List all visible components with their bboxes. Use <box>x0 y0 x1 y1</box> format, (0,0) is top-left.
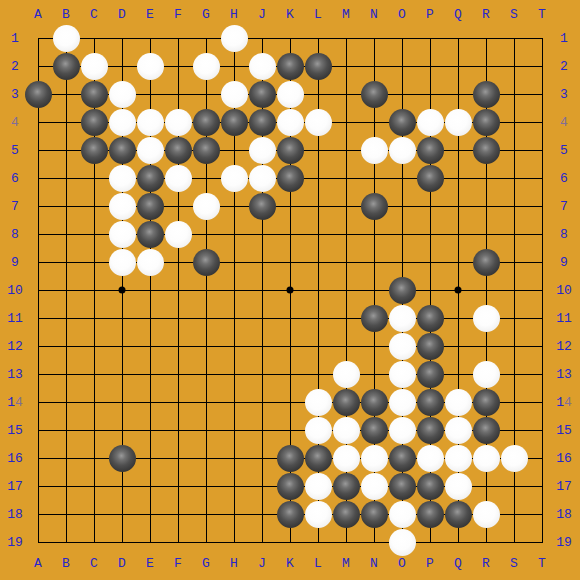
intersection[interactable] <box>500 444 528 472</box>
intersection[interactable] <box>80 472 108 500</box>
intersection[interactable] <box>416 248 444 276</box>
intersection[interactable] <box>388 108 416 136</box>
intersection[interactable] <box>248 304 276 332</box>
intersection[interactable] <box>108 528 136 556</box>
intersection[interactable] <box>416 360 444 388</box>
intersection[interactable] <box>444 500 472 528</box>
intersection[interactable] <box>500 220 528 248</box>
intersection[interactable] <box>192 24 220 52</box>
intersection[interactable] <box>276 332 304 360</box>
intersection[interactable] <box>108 52 136 80</box>
intersection[interactable] <box>108 192 136 220</box>
intersection[interactable] <box>108 444 136 472</box>
intersection[interactable] <box>388 164 416 192</box>
intersection[interactable] <box>528 136 556 164</box>
intersection[interactable] <box>164 360 192 388</box>
intersection[interactable] <box>444 528 472 556</box>
intersection[interactable] <box>248 360 276 388</box>
intersection[interactable] <box>276 416 304 444</box>
intersection[interactable] <box>136 528 164 556</box>
intersection[interactable] <box>108 220 136 248</box>
intersection[interactable] <box>248 444 276 472</box>
intersection[interactable] <box>500 248 528 276</box>
intersection[interactable] <box>416 80 444 108</box>
intersection[interactable] <box>192 164 220 192</box>
intersection[interactable] <box>80 24 108 52</box>
intersection[interactable] <box>108 416 136 444</box>
intersection[interactable] <box>528 388 556 416</box>
intersection[interactable] <box>80 220 108 248</box>
intersection[interactable] <box>416 276 444 304</box>
intersection[interactable] <box>528 444 556 472</box>
intersection[interactable] <box>304 472 332 500</box>
intersection[interactable] <box>192 80 220 108</box>
intersection[interactable] <box>136 164 164 192</box>
intersection[interactable] <box>248 416 276 444</box>
intersection[interactable] <box>500 276 528 304</box>
intersection[interactable] <box>24 276 52 304</box>
intersection[interactable] <box>24 80 52 108</box>
intersection[interactable] <box>276 472 304 500</box>
intersection[interactable] <box>136 360 164 388</box>
intersection[interactable] <box>276 52 304 80</box>
intersection[interactable] <box>304 444 332 472</box>
intersection[interactable] <box>248 220 276 248</box>
intersection[interactable] <box>80 164 108 192</box>
intersection[interactable] <box>52 276 80 304</box>
intersection[interactable] <box>472 108 500 136</box>
intersection[interactable] <box>52 388 80 416</box>
intersection[interactable] <box>388 80 416 108</box>
intersection[interactable] <box>276 136 304 164</box>
intersection[interactable] <box>360 416 388 444</box>
intersection[interactable] <box>52 136 80 164</box>
intersection[interactable] <box>108 332 136 360</box>
intersection[interactable] <box>80 136 108 164</box>
intersection[interactable] <box>472 304 500 332</box>
intersection[interactable] <box>500 388 528 416</box>
intersection[interactable] <box>24 52 52 80</box>
intersection[interactable] <box>388 24 416 52</box>
intersection[interactable] <box>220 472 248 500</box>
intersection[interactable] <box>276 500 304 528</box>
intersection[interactable] <box>304 164 332 192</box>
intersection[interactable] <box>220 416 248 444</box>
intersection[interactable] <box>332 500 360 528</box>
intersection[interactable] <box>192 136 220 164</box>
intersection[interactable] <box>164 80 192 108</box>
intersection[interactable] <box>388 304 416 332</box>
intersection[interactable] <box>416 52 444 80</box>
intersection[interactable] <box>416 24 444 52</box>
intersection[interactable] <box>304 220 332 248</box>
intersection[interactable] <box>220 136 248 164</box>
intersection[interactable] <box>360 332 388 360</box>
intersection[interactable] <box>108 500 136 528</box>
intersection[interactable] <box>500 164 528 192</box>
intersection[interactable] <box>52 472 80 500</box>
intersection[interactable] <box>360 276 388 304</box>
intersection[interactable] <box>360 136 388 164</box>
intersection[interactable] <box>136 276 164 304</box>
intersection[interactable] <box>472 500 500 528</box>
intersection[interactable] <box>220 276 248 304</box>
intersection[interactable] <box>164 192 192 220</box>
intersection[interactable] <box>304 528 332 556</box>
intersection[interactable] <box>192 500 220 528</box>
intersection[interactable] <box>24 500 52 528</box>
intersection[interactable] <box>136 108 164 136</box>
intersection[interactable] <box>192 220 220 248</box>
intersection[interactable] <box>500 192 528 220</box>
intersection[interactable] <box>108 276 136 304</box>
intersection[interactable] <box>220 220 248 248</box>
intersection[interactable] <box>360 52 388 80</box>
intersection[interactable] <box>528 472 556 500</box>
intersection[interactable] <box>192 388 220 416</box>
intersection[interactable] <box>472 276 500 304</box>
intersection[interactable] <box>220 80 248 108</box>
intersection[interactable] <box>80 80 108 108</box>
intersection[interactable] <box>52 444 80 472</box>
intersection[interactable] <box>276 24 304 52</box>
intersection[interactable] <box>332 164 360 192</box>
intersection[interactable] <box>416 472 444 500</box>
intersection[interactable] <box>388 332 416 360</box>
intersection[interactable] <box>220 164 248 192</box>
intersection[interactable] <box>388 528 416 556</box>
intersection[interactable] <box>164 500 192 528</box>
intersection[interactable] <box>500 332 528 360</box>
intersection[interactable] <box>136 248 164 276</box>
intersection[interactable] <box>52 52 80 80</box>
intersection[interactable] <box>136 24 164 52</box>
intersection[interactable] <box>500 360 528 388</box>
intersection[interactable] <box>136 416 164 444</box>
intersection[interactable] <box>80 444 108 472</box>
intersection[interactable] <box>164 24 192 52</box>
intersection[interactable] <box>220 248 248 276</box>
intersection[interactable] <box>332 528 360 556</box>
intersection[interactable] <box>444 24 472 52</box>
intersection[interactable] <box>80 108 108 136</box>
intersection[interactable] <box>136 444 164 472</box>
intersection[interactable] <box>248 332 276 360</box>
intersection[interactable] <box>360 192 388 220</box>
intersection[interactable] <box>276 108 304 136</box>
intersection[interactable] <box>80 332 108 360</box>
intersection[interactable] <box>108 136 136 164</box>
intersection[interactable] <box>360 248 388 276</box>
intersection[interactable] <box>444 192 472 220</box>
intersection[interactable] <box>444 52 472 80</box>
intersection[interactable] <box>304 304 332 332</box>
intersection[interactable] <box>248 108 276 136</box>
intersection[interactable] <box>80 388 108 416</box>
intersection[interactable] <box>472 472 500 500</box>
intersection[interactable] <box>108 24 136 52</box>
intersection[interactable] <box>332 80 360 108</box>
intersection[interactable] <box>220 192 248 220</box>
intersection[interactable] <box>52 192 80 220</box>
intersection[interactable] <box>108 472 136 500</box>
intersection[interactable] <box>136 332 164 360</box>
intersection[interactable] <box>248 52 276 80</box>
intersection[interactable] <box>500 416 528 444</box>
intersection[interactable] <box>80 248 108 276</box>
intersection[interactable] <box>444 220 472 248</box>
intersection[interactable] <box>276 248 304 276</box>
intersection[interactable] <box>528 52 556 80</box>
intersection[interactable] <box>248 164 276 192</box>
intersection[interactable] <box>80 192 108 220</box>
intersection[interactable] <box>332 388 360 416</box>
intersection[interactable] <box>360 472 388 500</box>
intersection[interactable] <box>164 332 192 360</box>
intersection[interactable] <box>332 24 360 52</box>
intersection[interactable] <box>192 332 220 360</box>
intersection[interactable] <box>164 416 192 444</box>
intersection[interactable] <box>360 108 388 136</box>
intersection[interactable] <box>52 108 80 136</box>
intersection[interactable] <box>416 500 444 528</box>
intersection[interactable] <box>136 192 164 220</box>
intersection[interactable] <box>248 24 276 52</box>
intersection[interactable] <box>444 108 472 136</box>
intersection[interactable] <box>24 416 52 444</box>
intersection[interactable] <box>108 248 136 276</box>
intersection[interactable] <box>416 136 444 164</box>
intersection[interactable] <box>276 444 304 472</box>
intersection[interactable] <box>416 304 444 332</box>
intersection[interactable] <box>220 388 248 416</box>
intersection[interactable] <box>304 416 332 444</box>
intersection[interactable] <box>528 80 556 108</box>
intersection[interactable] <box>192 304 220 332</box>
intersection[interactable] <box>360 360 388 388</box>
intersection[interactable] <box>164 248 192 276</box>
intersection[interactable] <box>360 304 388 332</box>
intersection[interactable] <box>388 500 416 528</box>
intersection[interactable] <box>332 332 360 360</box>
intersection[interactable] <box>472 444 500 472</box>
intersection[interactable] <box>276 528 304 556</box>
intersection[interactable] <box>528 332 556 360</box>
intersection[interactable] <box>108 164 136 192</box>
intersection[interactable] <box>220 304 248 332</box>
intersection[interactable] <box>444 304 472 332</box>
intersection[interactable] <box>52 416 80 444</box>
intersection[interactable] <box>416 332 444 360</box>
intersection[interactable] <box>52 332 80 360</box>
intersection[interactable] <box>80 528 108 556</box>
intersection[interactable] <box>164 388 192 416</box>
intersection[interactable] <box>444 416 472 444</box>
intersection[interactable] <box>388 444 416 472</box>
intersection[interactable] <box>80 304 108 332</box>
intersection[interactable] <box>528 108 556 136</box>
intersection[interactable] <box>24 388 52 416</box>
intersection[interactable] <box>192 472 220 500</box>
intersection[interactable] <box>24 360 52 388</box>
intersection[interactable] <box>304 248 332 276</box>
intersection[interactable] <box>220 528 248 556</box>
intersection[interactable] <box>472 528 500 556</box>
intersection[interactable] <box>472 220 500 248</box>
intersection[interactable] <box>472 248 500 276</box>
intersection[interactable] <box>192 528 220 556</box>
intersection[interactable] <box>52 360 80 388</box>
intersection[interactable] <box>108 388 136 416</box>
intersection[interactable] <box>472 80 500 108</box>
intersection[interactable] <box>192 360 220 388</box>
intersection[interactable] <box>416 164 444 192</box>
intersection[interactable] <box>52 80 80 108</box>
intersection[interactable] <box>444 388 472 416</box>
intersection[interactable] <box>444 332 472 360</box>
intersection[interactable] <box>472 416 500 444</box>
intersection[interactable] <box>416 388 444 416</box>
intersection[interactable] <box>220 444 248 472</box>
intersection[interactable] <box>304 276 332 304</box>
intersection[interactable] <box>276 220 304 248</box>
intersection[interactable] <box>360 388 388 416</box>
intersection[interactable] <box>472 164 500 192</box>
intersection[interactable] <box>444 248 472 276</box>
intersection[interactable] <box>388 360 416 388</box>
intersection[interactable] <box>332 304 360 332</box>
intersection[interactable] <box>472 24 500 52</box>
intersection[interactable] <box>388 192 416 220</box>
intersection[interactable] <box>52 220 80 248</box>
intersection[interactable] <box>52 248 80 276</box>
intersection[interactable] <box>276 192 304 220</box>
intersection[interactable] <box>304 388 332 416</box>
intersection[interactable] <box>500 136 528 164</box>
intersection[interactable] <box>164 164 192 192</box>
intersection[interactable] <box>388 472 416 500</box>
intersection[interactable] <box>500 52 528 80</box>
intersection[interactable] <box>500 24 528 52</box>
intersection[interactable] <box>332 248 360 276</box>
intersection[interactable] <box>136 472 164 500</box>
intersection[interactable] <box>192 276 220 304</box>
intersection[interactable] <box>276 304 304 332</box>
intersection[interactable] <box>528 248 556 276</box>
intersection[interactable] <box>388 248 416 276</box>
intersection[interactable] <box>304 332 332 360</box>
intersection[interactable] <box>136 304 164 332</box>
intersection[interactable] <box>136 80 164 108</box>
intersection[interactable] <box>248 192 276 220</box>
intersection[interactable] <box>164 304 192 332</box>
intersection[interactable] <box>444 164 472 192</box>
intersection[interactable] <box>304 108 332 136</box>
intersection[interactable] <box>164 136 192 164</box>
intersection[interactable] <box>52 528 80 556</box>
intersection[interactable] <box>276 80 304 108</box>
intersection[interactable] <box>248 136 276 164</box>
intersection[interactable] <box>276 360 304 388</box>
intersection[interactable] <box>472 332 500 360</box>
intersection[interactable] <box>528 528 556 556</box>
intersection[interactable] <box>108 360 136 388</box>
intersection[interactable] <box>24 304 52 332</box>
intersection[interactable] <box>444 472 472 500</box>
intersection[interactable] <box>472 360 500 388</box>
intersection[interactable] <box>220 108 248 136</box>
intersection[interactable] <box>192 108 220 136</box>
intersection[interactable] <box>136 136 164 164</box>
intersection[interactable] <box>164 108 192 136</box>
intersection[interactable] <box>24 220 52 248</box>
intersection[interactable] <box>360 164 388 192</box>
intersection[interactable] <box>52 164 80 192</box>
intersection[interactable] <box>24 164 52 192</box>
intersection[interactable] <box>192 416 220 444</box>
intersection[interactable] <box>360 500 388 528</box>
intersection[interactable] <box>360 24 388 52</box>
intersection[interactable] <box>528 360 556 388</box>
intersection[interactable] <box>500 108 528 136</box>
intersection[interactable] <box>332 108 360 136</box>
intersection[interactable] <box>276 276 304 304</box>
intersection[interactable] <box>248 388 276 416</box>
intersection[interactable] <box>192 192 220 220</box>
intersection[interactable] <box>528 500 556 528</box>
intersection[interactable] <box>304 192 332 220</box>
intersection[interactable] <box>360 80 388 108</box>
intersection[interactable] <box>220 332 248 360</box>
intersection[interactable] <box>248 500 276 528</box>
intersection[interactable] <box>500 80 528 108</box>
intersection[interactable] <box>24 332 52 360</box>
intersection[interactable] <box>304 24 332 52</box>
intersection[interactable] <box>304 80 332 108</box>
intersection[interactable] <box>24 108 52 136</box>
intersection[interactable] <box>416 444 444 472</box>
intersection[interactable] <box>388 220 416 248</box>
intersection[interactable] <box>24 24 52 52</box>
intersection[interactable] <box>164 528 192 556</box>
intersection[interactable] <box>528 164 556 192</box>
intersection[interactable] <box>136 388 164 416</box>
intersection[interactable] <box>24 528 52 556</box>
intersection[interactable] <box>108 108 136 136</box>
intersection[interactable] <box>388 52 416 80</box>
intersection[interactable] <box>276 164 304 192</box>
intersection[interactable] <box>164 276 192 304</box>
intersection[interactable] <box>304 500 332 528</box>
intersection[interactable] <box>528 192 556 220</box>
intersection[interactable] <box>164 472 192 500</box>
intersection[interactable] <box>220 500 248 528</box>
intersection[interactable] <box>332 192 360 220</box>
intersection[interactable] <box>220 52 248 80</box>
intersection[interactable] <box>80 52 108 80</box>
intersection[interactable] <box>416 108 444 136</box>
intersection[interactable] <box>80 276 108 304</box>
intersection[interactable] <box>52 304 80 332</box>
intersection[interactable] <box>248 248 276 276</box>
intersection[interactable] <box>332 444 360 472</box>
intersection[interactable] <box>528 276 556 304</box>
intersection[interactable] <box>444 444 472 472</box>
intersection[interactable] <box>528 304 556 332</box>
intersection[interactable] <box>220 24 248 52</box>
intersection[interactable] <box>360 528 388 556</box>
intersection[interactable] <box>80 500 108 528</box>
